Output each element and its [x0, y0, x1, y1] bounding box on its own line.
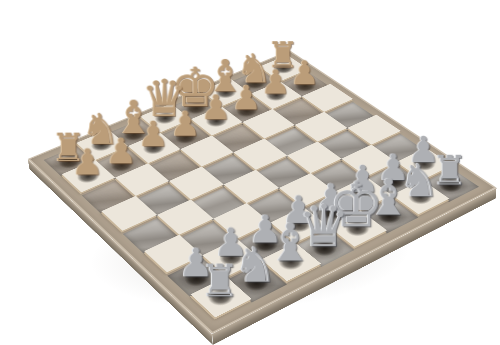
- chess-photo-stage: ♜♟♟♜♞♟♟♞♝♟♟♝♚♟♟♚♛♟♟♛♝♟♟♝♞♟♟♞♜♟♟♜: [0, 0, 500, 345]
- piece-black-pawn-a7[interactable]: ♟: [52, 147, 122, 178]
- square-a1[interactable]: ♜: [191, 277, 252, 318]
- piece-white-rook-a1[interactable]: ♜: [180, 261, 259, 299]
